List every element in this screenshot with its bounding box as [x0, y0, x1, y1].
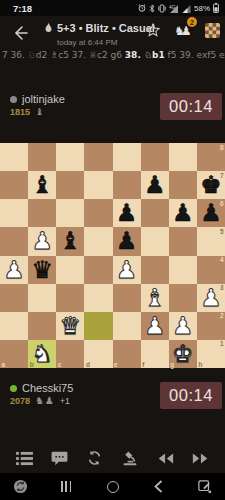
square-g7[interactable]: [169, 171, 197, 199]
square-c7[interactable]: [56, 171, 84, 199]
square-a1[interactable]: a: [0, 340, 28, 368]
square-g5[interactable]: [169, 227, 197, 255]
black-bishop: ♝: [60, 227, 82, 255]
square-f8[interactable]: [141, 143, 169, 171]
square-f2[interactable]: ♟: [141, 312, 169, 340]
menu-list-icon[interactable]: [14, 448, 34, 468]
square-f5[interactable]: [141, 227, 169, 255]
file-label: h: [198, 361, 202, 368]
square-b1[interactable]: ♞b: [28, 340, 56, 368]
square-d5[interactable]: [84, 227, 112, 255]
smart-select-pen-icon[interactable]: [196, 478, 214, 496]
file-label: d: [86, 361, 90, 368]
square-h4[interactable]: 4: [197, 256, 225, 284]
game-header: 5+3 • Blitz • Casual today at 6:44 PM ♞♟…: [0, 16, 225, 50]
clock-time: 7:18: [13, 3, 32, 14]
square-h5[interactable]: 5: [197, 227, 225, 255]
top-player-clock: 00:14: [160, 93, 222, 120]
square-h7[interactable]: ♚7: [197, 171, 225, 199]
square-d6[interactable]: [84, 199, 112, 227]
square-d8[interactable]: [84, 143, 112, 171]
square-g8[interactable]: [169, 143, 197, 171]
move-overflow: 7: [2, 50, 8, 60]
status-bar: 7:18 4G 58%: [0, 0, 225, 16]
square-b5[interactable]: ♟: [28, 227, 56, 255]
white-king: ♚: [172, 340, 194, 368]
signal-icon: [182, 4, 191, 13]
file-label: g: [170, 361, 174, 368]
square-g3[interactable]: [169, 284, 197, 312]
back-nav-button[interactable]: [150, 478, 168, 496]
bottom-player-clock: 00:14: [160, 382, 222, 409]
players-pieces-icon[interactable]: ♞♟ 2: [174, 21, 194, 39]
chess-board[interactable]: 8♝♟♚7♟♟♟6♟♝♟5♟♛♟4♝♟3♛♟♟2a♞bcdef♚gh1: [0, 143, 225, 368]
chat-icon[interactable]: [49, 448, 69, 468]
current-move[interactable]: 38. ♘b1: [125, 50, 165, 60]
black-pawn: ♟: [172, 199, 194, 227]
rank-label: 4: [220, 256, 224, 263]
square-e2[interactable]: [113, 312, 141, 340]
notification-badge: 2: [187, 17, 197, 27]
bookmark-star-icon[interactable]: [143, 20, 163, 40]
square-e6[interactable]: ♟: [113, 199, 141, 227]
rank-label: 2: [220, 312, 224, 319]
square-e4[interactable]: ♟: [113, 256, 141, 284]
black-pawn: ♟: [144, 171, 166, 199]
square-h3[interactable]: ♟3: [197, 284, 225, 312]
white-pawn: ♟: [3, 256, 25, 284]
white-pawn: ♟: [31, 227, 53, 255]
white-pawn: ♟: [116, 256, 138, 284]
rank-label: 7: [220, 172, 224, 179]
rank-label: 1: [220, 340, 224, 347]
white-knight: ♞: [31, 340, 53, 368]
recent-apps-button[interactable]: [57, 478, 75, 496]
move-list[interactable]: 7 36. ♘d2 ♗c5 37. ♕c2 g6 38. ♘b1 f5 39. …: [0, 50, 225, 63]
square-a5[interactable]: [0, 227, 28, 255]
battery-icon: [213, 3, 219, 13]
square-c4[interactable]: [56, 256, 84, 284]
white-bishop: ♝: [144, 284, 166, 312]
square-d2[interactable]: [84, 312, 112, 340]
square-c3[interactable]: [56, 284, 84, 312]
square-e5[interactable]: ♟: [113, 227, 141, 255]
square-c6[interactable]: [56, 199, 84, 227]
square-e1[interactable]: e: [113, 340, 141, 368]
black-pawn: ♟: [116, 227, 138, 255]
app-screen: 7:18 4G 58% 5+3 • Blitz • Casual today a…: [0, 0, 225, 500]
square-c8[interactable]: [56, 143, 84, 171]
square-b3[interactable]: [28, 284, 56, 312]
square-g1[interactable]: ♚g: [169, 340, 197, 368]
square-a7[interactable]: [0, 171, 28, 199]
offline-status-dot: [10, 96, 17, 103]
square-f1[interactable]: f: [141, 340, 169, 368]
blitz-flame-icon: [44, 19, 53, 37]
square-h8[interactable]: 8: [197, 143, 225, 171]
white-pawn: ♟: [144, 312, 166, 340]
black-queen: ♛: [31, 256, 53, 284]
top-player-name[interactable]: joltinjake: [22, 93, 65, 105]
alarm-icon: [138, 4, 146, 12]
square-d7[interactable]: [84, 171, 112, 199]
rank-label: 5: [220, 228, 224, 235]
forward-icon[interactable]: [191, 448, 211, 468]
white-queen: ♛: [60, 312, 82, 340]
black-pawn: ♟: [116, 199, 138, 227]
bottom-captured-pieces: ♞♟: [35, 396, 55, 406]
rank-label: 8: [220, 144, 224, 151]
online-status-dot: [10, 385, 17, 392]
top-player-rating: 1815: [10, 107, 30, 117]
file-label: c: [58, 361, 62, 368]
android-navbar: [0, 473, 225, 500]
file-label: b: [30, 361, 34, 368]
bottom-player-bar: Chesski75 2078 ♞♟ +1 00:14: [0, 377, 225, 417]
top-captured-pieces: ♝: [35, 107, 45, 117]
rank-label: 6: [220, 200, 224, 207]
square-f7[interactable]: ♟: [141, 171, 169, 199]
board-theme-icon[interactable]: [205, 23, 220, 38]
square-f3[interactable]: ♝: [141, 284, 169, 312]
black-pawn: ♟: [200, 199, 222, 227]
game-title-block: 5+3 • Blitz • Casual today at 6:44 PM: [44, 19, 155, 47]
square-a3[interactable]: [0, 284, 28, 312]
square-a8[interactable]: [0, 143, 28, 171]
square-b4[interactable]: ♛: [28, 256, 56, 284]
home-button[interactable]: [104, 478, 122, 496]
black-king: ♚: [200, 171, 222, 199]
square-c1[interactable]: c: [56, 340, 84, 368]
square-d4[interactable]: [84, 256, 112, 284]
white-pawn: ♟: [200, 284, 222, 312]
material-advantage: +1: [60, 396, 70, 406]
game-date: today at 6:44 PM: [57, 38, 155, 47]
square-b8[interactable]: [28, 143, 56, 171]
square-h2[interactable]: 2: [197, 312, 225, 340]
white-pawn: ♟: [172, 312, 194, 340]
square-d1[interactable]: d: [84, 340, 112, 368]
battery-percent-label: 58%: [194, 4, 210, 13]
black-bishop: ♝: [31, 171, 53, 199]
square-b2[interactable]: [28, 312, 56, 340]
square-h6[interactable]: ♟6: [197, 199, 225, 227]
square-g4[interactable]: [169, 256, 197, 284]
moves-before: 36. ♘d2 ♗c5 37. ♕c2 g6: [11, 50, 122, 60]
analysis-microscope-icon[interactable]: [120, 448, 140, 468]
bottom-player-rating: 2078: [10, 396, 30, 406]
bluetooth-icon: [149, 4, 155, 13]
file-label: f: [142, 361, 144, 368]
square-d3[interactable]: [84, 284, 112, 312]
top-player-bar: joltinjake 1815 ♝ 00:14: [0, 88, 225, 128]
square-b6[interactable]: [28, 199, 56, 227]
network-4g-icon: 4G: [169, 4, 179, 13]
file-label: a: [2, 361, 6, 368]
square-c5[interactable]: ♝: [56, 227, 84, 255]
flip-board-icon[interactable]: [85, 448, 105, 468]
square-g6[interactable]: ♟: [169, 199, 197, 227]
square-e8[interactable]: [113, 143, 141, 171]
moves-after: f5 39. exf5 exf5 40. ♗xb7: [168, 50, 225, 60]
square-b7[interactable]: ♝: [28, 171, 56, 199]
rank-label: 3: [220, 284, 224, 291]
square-f6[interactable]: [141, 199, 169, 227]
square-e7[interactable]: [113, 171, 141, 199]
square-a2[interactable]: [0, 312, 28, 340]
status-icons: 4G 58%: [138, 3, 219, 13]
game-title: 5+3 • Blitz • Casual: [57, 22, 155, 34]
square-e3[interactable]: [113, 284, 141, 312]
square-c2[interactable]: ♛: [56, 312, 84, 340]
square-g2[interactable]: ♟: [169, 312, 197, 340]
rewind-icon[interactable]: [156, 448, 176, 468]
square-a4[interactable]: ♟: [0, 256, 28, 284]
file-label: e: [114, 361, 118, 368]
square-f4[interactable]: [141, 256, 169, 284]
vibrate-icon: [158, 4, 166, 13]
rotate-screen-icon[interactable]: [11, 478, 29, 496]
back-button[interactable]: [8, 21, 32, 45]
game-toolbar: [0, 445, 225, 471]
bottom-player-name[interactable]: Chesski75: [22, 382, 73, 394]
square-a6[interactable]: [0, 199, 28, 227]
square-h1[interactable]: h1: [197, 340, 225, 368]
